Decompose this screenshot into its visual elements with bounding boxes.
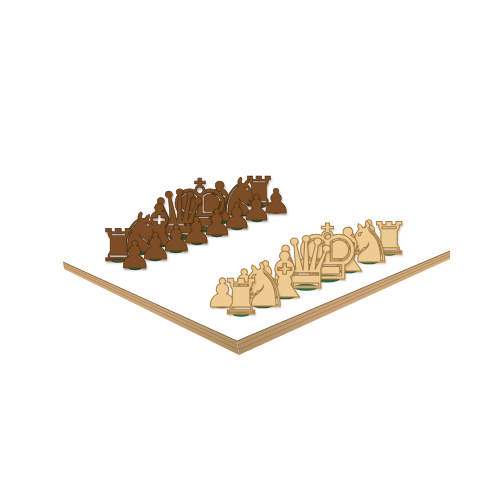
pieces-layer: ♜♟♞♟♝♟♚♟♛♟♝♟♟♞♜♟♟♜♞♟♟♝♟♚♟♛♟♝♟♞♟♜ [0,0,480,480]
product-photo-stage: ♜♟♞♟♝♟♚♟♛♟♝♟♟♞♜♟♟♜♞♟♟♝♟♚♟♛♟♝♟♞♟♜ [0,0,480,480]
black-pawn-glyph: ♟ [117,236,151,274]
white-rook-glyph: ♜ [219,273,263,322]
